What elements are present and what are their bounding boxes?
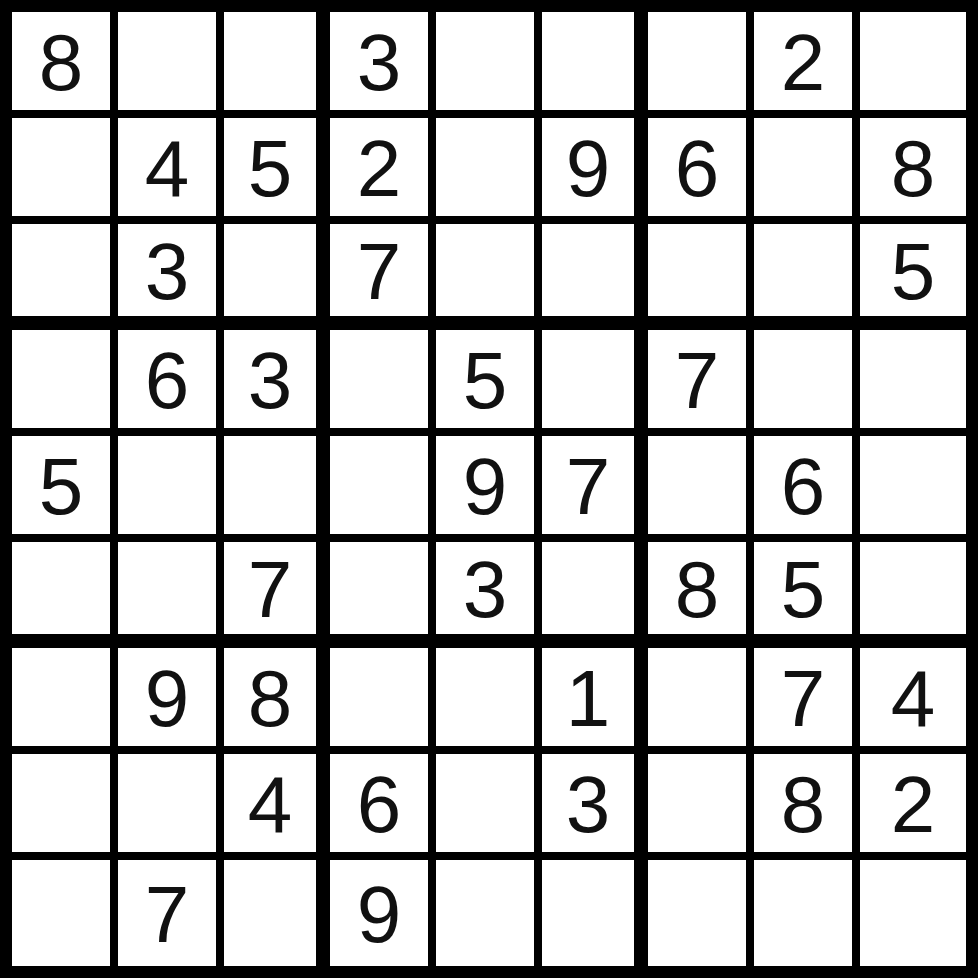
cell-r6c8: 5 [754, 542, 860, 648]
cell-r7c1[interactable] [12, 648, 118, 754]
cell-r6c5: 3 [436, 542, 542, 648]
cell-r9c8[interactable] [754, 860, 860, 966]
cell-r5c7[interactable] [648, 436, 754, 542]
cell-r3c4: 7 [330, 224, 436, 330]
cell-r2c1[interactable] [12, 118, 118, 224]
cell-r7c9: 4 [860, 648, 966, 754]
cell-r6c9[interactable] [860, 542, 966, 648]
cell-r6c6[interactable] [542, 542, 648, 648]
cell-r1c2[interactable] [118, 12, 224, 118]
cell-r8c6: 3 [542, 754, 648, 860]
cell-r2c7: 6 [648, 118, 754, 224]
cell-r2c8[interactable] [754, 118, 860, 224]
cell-r8c7[interactable] [648, 754, 754, 860]
cell-r5c8: 6 [754, 436, 860, 542]
cell-r5c1: 5 [12, 436, 118, 542]
cell-r5c6: 7 [542, 436, 648, 542]
cell-r1c8: 2 [754, 12, 860, 118]
cell-r3c1[interactable] [12, 224, 118, 330]
given-digit: 9 [357, 875, 402, 955]
cell-r2c4: 2 [330, 118, 436, 224]
given-digit: 4 [145, 129, 190, 209]
cell-r4c3: 3 [224, 330, 330, 436]
cell-r8c9: 2 [860, 754, 966, 860]
given-digit: 7 [675, 341, 720, 421]
cell-r4c9[interactable] [860, 330, 966, 436]
cell-r7c6: 1 [542, 648, 648, 754]
given-digit: 3 [463, 550, 508, 630]
cell-r6c3: 7 [224, 542, 330, 648]
given-digit: 2 [891, 765, 936, 845]
given-digit: 1 [566, 659, 611, 739]
cell-r4c7: 7 [648, 330, 754, 436]
cell-r5c2[interactable] [118, 436, 224, 542]
cell-r5c9[interactable] [860, 436, 966, 542]
cell-r9c5[interactable] [436, 860, 542, 966]
given-digit: 7 [781, 659, 826, 739]
cell-r8c8: 8 [754, 754, 860, 860]
cell-r3c9: 5 [860, 224, 966, 330]
given-digit: 6 [357, 765, 402, 845]
cell-r7c3: 8 [224, 648, 330, 754]
given-digit: 4 [248, 765, 293, 845]
cell-r4c2: 6 [118, 330, 224, 436]
given-digit: 3 [248, 341, 293, 421]
cell-r3c8[interactable] [754, 224, 860, 330]
given-digit: 8 [39, 23, 84, 103]
given-digit: 5 [781, 550, 826, 630]
cell-r4c5: 5 [436, 330, 542, 436]
cell-r9c2: 7 [118, 860, 224, 966]
cell-r9c6[interactable] [542, 860, 648, 966]
cell-r1c5[interactable] [436, 12, 542, 118]
cell-r9c9[interactable] [860, 860, 966, 966]
cell-r7c2: 9 [118, 648, 224, 754]
given-digit: 5 [248, 129, 293, 209]
cell-r8c2[interactable] [118, 754, 224, 860]
given-digit: 2 [357, 129, 402, 209]
given-digit: 5 [891, 232, 936, 312]
given-digit: 9 [463, 447, 508, 527]
given-digit: 7 [566, 447, 611, 527]
cell-r9c3[interactable] [224, 860, 330, 966]
cell-r6c7: 8 [648, 542, 754, 648]
cell-r3c5[interactable] [436, 224, 542, 330]
given-digit: 8 [675, 550, 720, 630]
cell-r8c3: 4 [224, 754, 330, 860]
cell-r2c9: 8 [860, 118, 966, 224]
given-digit: 5 [39, 447, 84, 527]
sudoku-board: 832452968375635759767385981744638279 [0, 0, 978, 978]
cell-r7c7[interactable] [648, 648, 754, 754]
cell-r6c4[interactable] [330, 542, 436, 648]
given-digit: 3 [145, 232, 190, 312]
cell-r6c2[interactable] [118, 542, 224, 648]
cell-r1c7[interactable] [648, 12, 754, 118]
cell-r6c1[interactable] [12, 542, 118, 648]
given-digit: 8 [891, 129, 936, 209]
given-digit: 2 [781, 23, 826, 103]
given-digit: 8 [781, 765, 826, 845]
cell-r7c8: 7 [754, 648, 860, 754]
given-digit: 9 [566, 129, 611, 209]
cell-r7c4[interactable] [330, 648, 436, 754]
cell-r3c6[interactable] [542, 224, 648, 330]
cell-r8c5[interactable] [436, 754, 542, 860]
cell-r2c6: 9 [542, 118, 648, 224]
cell-r1c4: 3 [330, 12, 436, 118]
given-digit: 9 [145, 659, 190, 739]
given-digit: 3 [566, 765, 611, 845]
cell-r3c3[interactable] [224, 224, 330, 330]
given-digit: 6 [675, 129, 720, 209]
cell-r1c1: 8 [12, 12, 118, 118]
cell-r2c2: 4 [118, 118, 224, 224]
cell-r9c1[interactable] [12, 860, 118, 966]
cell-r5c4[interactable] [330, 436, 436, 542]
given-digit: 5 [463, 341, 508, 421]
cell-r7c5[interactable] [436, 648, 542, 754]
cell-r9c7[interactable] [648, 860, 754, 966]
given-digit: 3 [357, 23, 402, 103]
given-digit: 6 [145, 341, 190, 421]
cell-r4c8[interactable] [754, 330, 860, 436]
cell-r5c3[interactable] [224, 436, 330, 542]
cell-r3c2: 3 [118, 224, 224, 330]
cell-r5c5: 9 [436, 436, 542, 542]
given-digit: 6 [781, 447, 826, 527]
given-digit: 8 [248, 659, 293, 739]
given-digit: 7 [248, 550, 293, 630]
cell-r8c4: 6 [330, 754, 436, 860]
cell-r4c6[interactable] [542, 330, 648, 436]
cell-r1c9[interactable] [860, 12, 966, 118]
cell-r9c4: 9 [330, 860, 436, 966]
cell-r8c1[interactable] [12, 754, 118, 860]
given-digit: 7 [145, 875, 190, 955]
given-digit: 4 [891, 659, 936, 739]
cell-r1c3[interactable] [224, 12, 330, 118]
cell-r2c3: 5 [224, 118, 330, 224]
cell-r3c7[interactable] [648, 224, 754, 330]
cell-r2c5[interactable] [436, 118, 542, 224]
given-digit: 7 [357, 232, 402, 312]
cell-r4c4[interactable] [330, 330, 436, 436]
sudoku-grid: 832452968375635759767385981744638279 [12, 12, 966, 966]
cell-r1c6[interactable] [542, 12, 648, 118]
cell-r4c1[interactable] [12, 330, 118, 436]
